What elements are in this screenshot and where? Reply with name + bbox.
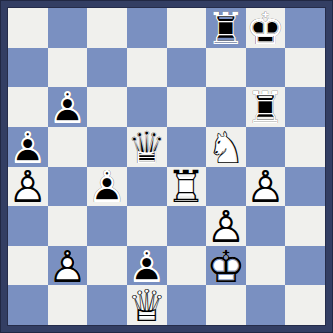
- square-h2[interactable]: [285, 246, 325, 286]
- square-f5[interactable]: ♞♘: [206, 127, 246, 167]
- square-e8[interactable]: [167, 8, 207, 48]
- square-a5[interactable]: ♟♙: [8, 127, 48, 167]
- white-rook-outline-icon: ♖: [167, 168, 207, 208]
- square-a4[interactable]: ♟♙: [8, 167, 48, 207]
- square-h6[interactable]: [285, 87, 325, 127]
- square-b5[interactable]: [48, 127, 88, 167]
- square-h8[interactable]: [285, 8, 325, 48]
- piece-black-pawn: ♟♙: [127, 246, 167, 286]
- square-d1[interactable]: ♛♕: [127, 285, 167, 325]
- white-pawn-icon: ♟: [206, 207, 246, 247]
- square-e7[interactable]: [167, 48, 207, 88]
- square-b6[interactable]: ♟♙: [48, 87, 88, 127]
- square-c1[interactable]: [87, 285, 127, 325]
- square-b7[interactable]: [48, 48, 88, 88]
- square-e4[interactable]: ♜♖: [167, 167, 207, 207]
- square-h5[interactable]: [285, 127, 325, 167]
- square-a3[interactable]: [8, 206, 48, 246]
- white-pawn-outline-icon: ♙: [8, 168, 48, 208]
- square-g7[interactable]: [246, 48, 286, 88]
- board-frame: ♜♖♚♔♟♙♜♖♟♙♛♕♞♘♟♙♟♙♜♖♟♙♟♙♟♙♟♙♚♔♛♕: [0, 0, 333, 333]
- square-b4[interactable]: [48, 167, 88, 207]
- square-g4[interactable]: ♟♙: [246, 167, 286, 207]
- black-pawn-outline-icon: ♙: [8, 128, 48, 168]
- square-f7[interactable]: [206, 48, 246, 88]
- square-d2[interactable]: ♟♙: [127, 246, 167, 286]
- black-queen-outline-icon: ♕: [127, 128, 167, 168]
- square-c8[interactable]: [87, 8, 127, 48]
- black-pawn-icon: ♟: [48, 88, 88, 128]
- white-pawn-icon: ♟: [8, 168, 48, 208]
- piece-black-rook: ♜♖: [246, 87, 286, 127]
- square-c7[interactable]: [87, 48, 127, 88]
- square-g6[interactable]: ♜♖: [246, 87, 286, 127]
- black-queen-icon: ♛: [127, 128, 167, 168]
- piece-white-rook: ♜♖: [167, 167, 207, 207]
- square-c3[interactable]: [87, 206, 127, 246]
- square-a7[interactable]: [8, 48, 48, 88]
- piece-white-pawn: ♟♙: [206, 206, 246, 246]
- white-king-outline-icon: ♔: [206, 247, 246, 287]
- white-queen-icon: ♛: [127, 286, 167, 326]
- black-pawn-outline-icon: ♙: [87, 168, 127, 208]
- square-g5[interactable]: [246, 127, 286, 167]
- square-e1[interactable]: [167, 285, 207, 325]
- square-b3[interactable]: [48, 206, 88, 246]
- square-c5[interactable]: [87, 127, 127, 167]
- piece-white-knight: ♞♘: [206, 127, 246, 167]
- piece-white-pawn: ♟♙: [48, 246, 88, 286]
- black-pawn-outline-icon: ♙: [48, 88, 88, 128]
- white-pawn-icon: ♟: [246, 168, 286, 208]
- piece-white-king: ♚♔: [206, 246, 246, 286]
- black-rook-icon: ♜: [206, 9, 246, 49]
- square-b2[interactable]: ♟♙: [48, 246, 88, 286]
- square-g2[interactable]: [246, 246, 286, 286]
- black-pawn-outline-icon: ♙: [127, 247, 167, 287]
- square-e6[interactable]: [167, 87, 207, 127]
- piece-white-queen: ♛♕: [127, 285, 167, 325]
- square-d6[interactable]: [127, 87, 167, 127]
- black-rook-icon: ♜: [246, 88, 286, 128]
- square-f4[interactable]: [206, 167, 246, 207]
- square-h3[interactable]: [285, 206, 325, 246]
- piece-white-pawn: ♟♙: [246, 167, 286, 207]
- black-pawn-icon: ♟: [127, 247, 167, 287]
- square-d3[interactable]: [127, 206, 167, 246]
- piece-black-pawn: ♟♙: [48, 87, 88, 127]
- black-king-icon: ♚: [246, 9, 286, 49]
- piece-black-pawn: ♟♙: [87, 167, 127, 207]
- square-a2[interactable]: [8, 246, 48, 286]
- black-rook-outline-icon: ♖: [206, 9, 246, 49]
- white-knight-outline-icon: ♘: [206, 128, 246, 168]
- square-a8[interactable]: [8, 8, 48, 48]
- square-g1[interactable]: [246, 285, 286, 325]
- square-h4[interactable]: [285, 167, 325, 207]
- square-d7[interactable]: [127, 48, 167, 88]
- white-knight-icon: ♞: [206, 128, 246, 168]
- square-d8[interactable]: [127, 8, 167, 48]
- white-queen-outline-icon: ♕: [127, 286, 167, 326]
- white-pawn-outline-icon: ♙: [246, 168, 286, 208]
- black-pawn-icon: ♟: [8, 128, 48, 168]
- chess-board: ♜♖♚♔♟♙♜♖♟♙♛♕♞♘♟♙♟♙♜♖♟♙♟♙♟♙♟♙♚♔♛♕: [8, 8, 325, 325]
- square-h7[interactable]: [285, 48, 325, 88]
- black-king-outline-icon: ♔: [246, 9, 286, 49]
- square-c4[interactable]: ♟♙: [87, 167, 127, 207]
- square-a1[interactable]: [8, 285, 48, 325]
- white-pawn-outline-icon: ♙: [48, 247, 88, 287]
- white-king-icon: ♚: [206, 247, 246, 287]
- square-f1[interactable]: [206, 285, 246, 325]
- square-g3[interactable]: [246, 206, 286, 246]
- square-g8[interactable]: ♚♔: [246, 8, 286, 48]
- square-c2[interactable]: [87, 246, 127, 286]
- piece-black-queen: ♛♕: [127, 127, 167, 167]
- square-f6[interactable]: [206, 87, 246, 127]
- black-pawn-icon: ♟: [87, 168, 127, 208]
- black-rook-outline-icon: ♖: [246, 88, 286, 128]
- white-rook-icon: ♜: [167, 168, 207, 208]
- square-f2[interactable]: ♚♔: [206, 246, 246, 286]
- piece-black-pawn: ♟♙: [8, 127, 48, 167]
- square-e5[interactable]: [167, 127, 207, 167]
- square-f8[interactable]: ♜♖: [206, 8, 246, 48]
- white-pawn-outline-icon: ♙: [206, 207, 246, 247]
- white-pawn-icon: ♟: [48, 247, 88, 287]
- square-d5[interactable]: ♛♕: [127, 127, 167, 167]
- square-e3[interactable]: [167, 206, 207, 246]
- square-h1[interactable]: [285, 285, 325, 325]
- square-c6[interactable]: [87, 87, 127, 127]
- square-a6[interactable]: [8, 87, 48, 127]
- square-f3[interactable]: ♟♙: [206, 206, 246, 246]
- square-e2[interactable]: [167, 246, 207, 286]
- square-b8[interactable]: [48, 8, 88, 48]
- square-d4[interactable]: [127, 167, 167, 207]
- piece-black-king: ♚♔: [246, 8, 286, 48]
- piece-black-rook: ♜♖: [206, 8, 246, 48]
- piece-white-pawn: ♟♙: [8, 167, 48, 207]
- square-b1[interactable]: [48, 285, 88, 325]
